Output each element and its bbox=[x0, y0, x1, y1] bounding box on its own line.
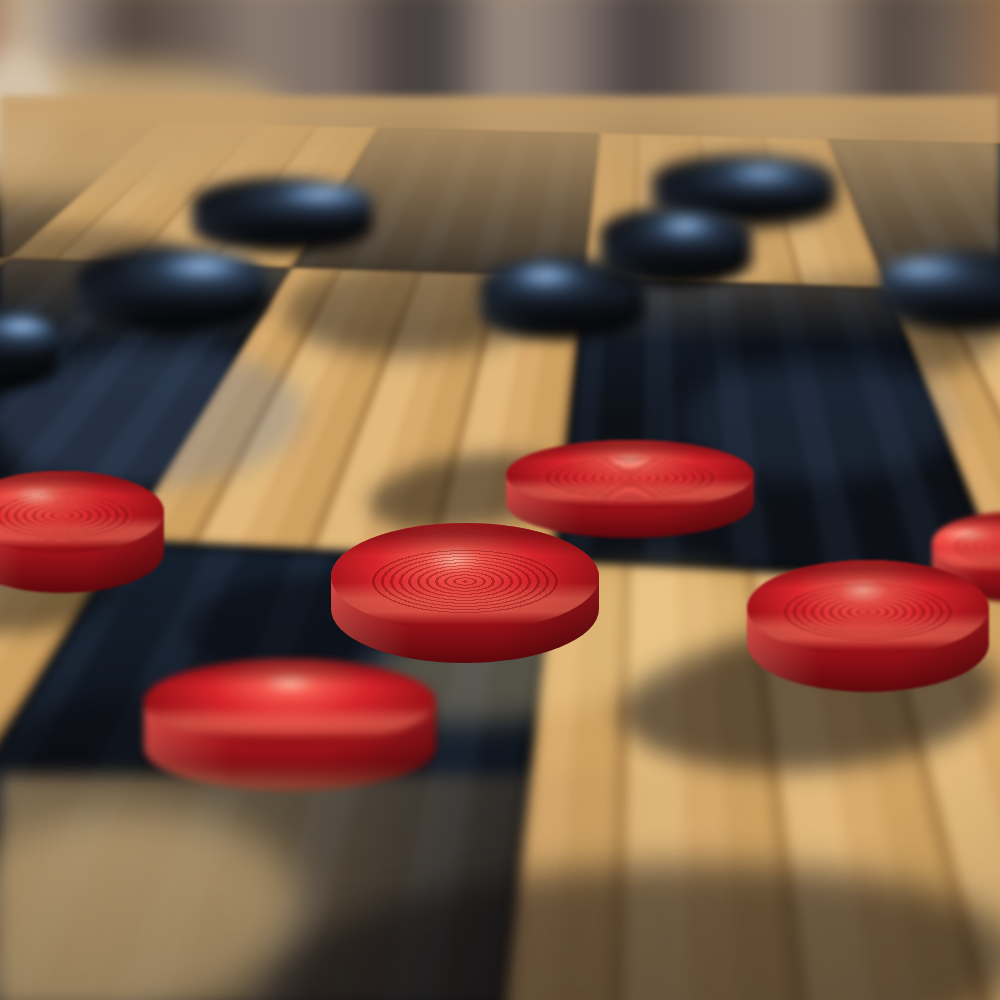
checkers-scene-photo bbox=[0, 0, 1000, 1000]
depth-of-field-near-blur bbox=[0, 775, 1000, 1000]
depth-of-field-far-blur bbox=[0, 96, 1000, 346]
